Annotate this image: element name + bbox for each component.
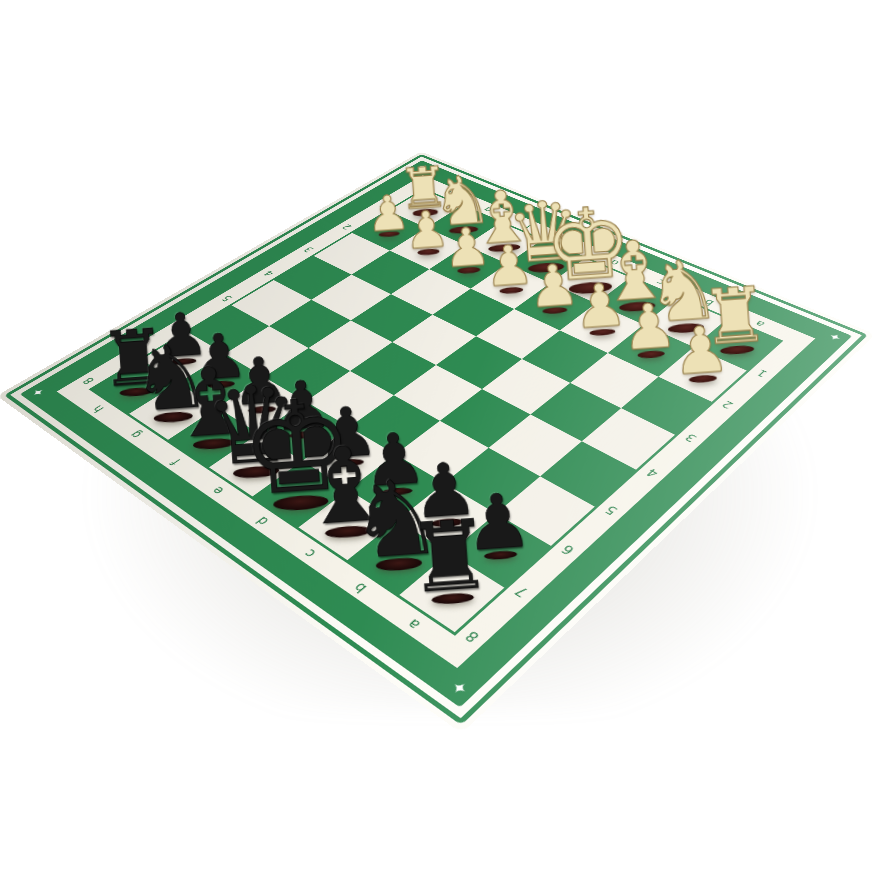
black-rook-a8[interactable]: ♜ (404, 507, 496, 608)
white-pawn-a2[interactable]: ♟ (670, 317, 732, 385)
piece-glyph: ♟ (670, 317, 732, 385)
chess-set-photo-scene: hgfedcba hgfedcba 12345678 12345678 ✦ ✦ … (0, 0, 876, 876)
piece-glyph: ♜ (404, 507, 496, 608)
